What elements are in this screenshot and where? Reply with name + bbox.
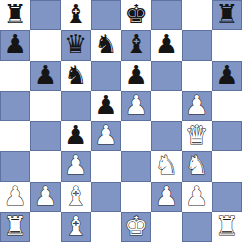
square-d7[interactable]: ♞ xyxy=(91,30,121,60)
chess-board: ♜♝♚♜♟♛♞♝♟♟♞♟♟♟♟♟♟♟♛♟♞♞♟♟♝♟♟♜♝♚♜ xyxy=(0,0,242,242)
square-e4[interactable] xyxy=(121,121,151,151)
piece-white-pawn[interactable]: ♟ xyxy=(185,91,208,120)
piece-white-knight[interactable]: ♞ xyxy=(185,151,208,180)
piece-black-pawn[interactable]: ♟ xyxy=(215,61,238,90)
piece-black-bishop[interactable]: ♝ xyxy=(64,0,87,29)
square-e1[interactable]: ♚ xyxy=(121,212,151,242)
square-c1[interactable]: ♝ xyxy=(61,212,91,242)
square-f4[interactable] xyxy=(151,121,181,151)
square-e7[interactable]: ♝ xyxy=(121,30,151,60)
square-f3[interactable]: ♞ xyxy=(151,151,181,181)
piece-white-pawn[interactable]: ♟ xyxy=(3,182,26,211)
piece-white-pawn[interactable]: ♟ xyxy=(185,182,208,211)
piece-black-queen[interactable]: ♛ xyxy=(64,30,87,59)
piece-white-pawn[interactable]: ♟ xyxy=(64,151,87,180)
square-g2[interactable]: ♟ xyxy=(182,182,212,212)
square-f7[interactable]: ♟ xyxy=(151,30,181,60)
piece-white-rook[interactable]: ♜ xyxy=(3,212,26,241)
piece-black-bishop[interactable]: ♝ xyxy=(124,30,147,59)
piece-black-knight[interactable]: ♞ xyxy=(94,30,117,59)
square-g3[interactable]: ♞ xyxy=(182,151,212,181)
piece-black-rook[interactable]: ♜ xyxy=(3,0,26,29)
square-c2[interactable]: ♝ xyxy=(61,182,91,212)
square-c7[interactable]: ♛ xyxy=(61,30,91,60)
square-h4[interactable] xyxy=(212,121,242,151)
piece-black-pawn[interactable]: ♟ xyxy=(34,61,57,90)
square-d6[interactable] xyxy=(91,61,121,91)
square-b8[interactable] xyxy=(30,0,60,30)
piece-white-pawn[interactable]: ♟ xyxy=(155,182,178,211)
square-g4[interactable]: ♛ xyxy=(182,121,212,151)
piece-white-pawn[interactable]: ♟ xyxy=(124,91,147,120)
piece-white-pawn[interactable]: ♟ xyxy=(94,121,117,150)
square-h5[interactable] xyxy=(212,91,242,121)
square-b6[interactable]: ♟ xyxy=(30,61,60,91)
square-g8[interactable] xyxy=(182,0,212,30)
square-a3[interactable] xyxy=(0,151,30,181)
square-g6[interactable] xyxy=(182,61,212,91)
square-c8[interactable]: ♝ xyxy=(61,0,91,30)
square-d5[interactable]: ♟ xyxy=(91,91,121,121)
square-b1[interactable] xyxy=(30,212,60,242)
piece-white-knight[interactable]: ♞ xyxy=(155,151,178,180)
piece-black-rook[interactable]: ♜ xyxy=(215,0,238,29)
square-c6[interactable]: ♞ xyxy=(61,61,91,91)
square-f8[interactable] xyxy=(151,0,181,30)
square-b5[interactable] xyxy=(30,91,60,121)
square-d8[interactable] xyxy=(91,0,121,30)
square-e3[interactable] xyxy=(121,151,151,181)
square-e8[interactable]: ♚ xyxy=(121,0,151,30)
square-a4[interactable] xyxy=(0,121,30,151)
square-h6[interactable]: ♟ xyxy=(212,61,242,91)
square-f6[interactable] xyxy=(151,61,181,91)
piece-white-bishop[interactable]: ♝ xyxy=(64,182,87,211)
piece-black-king[interactable]: ♚ xyxy=(124,0,147,29)
square-h2[interactable] xyxy=(212,182,242,212)
piece-white-king[interactable]: ♚ xyxy=(124,212,147,241)
piece-white-pawn[interactable]: ♟ xyxy=(34,182,57,211)
square-d2[interactable] xyxy=(91,182,121,212)
square-h8[interactable]: ♜ xyxy=(212,0,242,30)
square-b2[interactable]: ♟ xyxy=(30,182,60,212)
square-a5[interactable] xyxy=(0,91,30,121)
piece-black-pawn[interactable]: ♟ xyxy=(3,30,26,59)
square-d3[interactable] xyxy=(91,151,121,181)
square-g1[interactable] xyxy=(182,212,212,242)
square-a8[interactable]: ♜ xyxy=(0,0,30,30)
piece-black-knight[interactable]: ♞ xyxy=(64,61,87,90)
square-a6[interactable] xyxy=(0,61,30,91)
piece-white-bishop[interactable]: ♝ xyxy=(64,212,87,241)
piece-black-pawn[interactable]: ♟ xyxy=(155,30,178,59)
piece-black-pawn[interactable]: ♟ xyxy=(124,61,147,90)
square-a1[interactable]: ♜ xyxy=(0,212,30,242)
square-b3[interactable] xyxy=(30,151,60,181)
square-a2[interactable]: ♟ xyxy=(0,182,30,212)
square-e6[interactable]: ♟ xyxy=(121,61,151,91)
square-f1[interactable] xyxy=(151,212,181,242)
square-d1[interactable] xyxy=(91,212,121,242)
square-g5[interactable]: ♟ xyxy=(182,91,212,121)
square-f2[interactable]: ♟ xyxy=(151,182,181,212)
square-e5[interactable]: ♟ xyxy=(121,91,151,121)
square-h1[interactable]: ♜ xyxy=(212,212,242,242)
square-d4[interactable]: ♟ xyxy=(91,121,121,151)
square-a7[interactable]: ♟ xyxy=(0,30,30,60)
square-e2[interactable] xyxy=(121,182,151,212)
square-h7[interactable] xyxy=(212,30,242,60)
square-g7[interactable] xyxy=(182,30,212,60)
piece-white-rook[interactable]: ♜ xyxy=(215,212,238,241)
piece-white-queen[interactable]: ♛ xyxy=(185,121,208,150)
square-h3[interactable] xyxy=(212,151,242,181)
piece-black-pawn[interactable]: ♟ xyxy=(94,91,117,120)
square-c4[interactable]: ♟ xyxy=(61,121,91,151)
piece-black-pawn[interactable]: ♟ xyxy=(64,121,87,150)
square-c3[interactable]: ♟ xyxy=(61,151,91,181)
square-b4[interactable] xyxy=(30,121,60,151)
square-f5[interactable] xyxy=(151,91,181,121)
square-b7[interactable] xyxy=(30,30,60,60)
square-c5[interactable] xyxy=(61,91,91,121)
